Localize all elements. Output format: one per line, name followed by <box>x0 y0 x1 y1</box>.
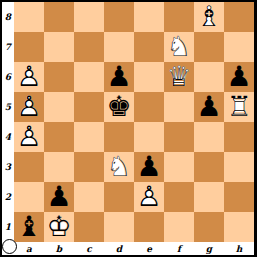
square-h3[interactable] <box>224 152 254 182</box>
square-d5[interactable]: ♚ <box>104 92 134 122</box>
square-h1[interactable] <box>224 212 254 242</box>
square-f2[interactable] <box>164 182 194 212</box>
square-e5[interactable] <box>134 92 164 122</box>
file-labels: a b c d e f g h <box>2 242 254 255</box>
square-a2[interactable] <box>14 182 44 212</box>
square-b8[interactable] <box>44 2 74 32</box>
square-f5[interactable] <box>164 92 194 122</box>
square-e4[interactable] <box>134 122 164 152</box>
square-g1[interactable] <box>194 212 224 242</box>
square-e8[interactable] <box>134 2 164 32</box>
square-a7[interactable] <box>14 32 44 62</box>
square-e3[interactable]: ♟ <box>134 152 164 182</box>
square-f7[interactable]: ♞♘ <box>164 32 194 62</box>
square-a4[interactable]: ♟♙ <box>14 122 44 152</box>
white-rook-h5: ♜♖ <box>224 92 254 122</box>
rank-label-4: 4 <box>2 122 14 152</box>
square-c3[interactable] <box>74 152 104 182</box>
square-d6[interactable]: ♟ <box>104 62 134 92</box>
square-c8[interactable] <box>74 2 104 32</box>
square-h6[interactable]: ♟ <box>224 62 254 92</box>
square-d1[interactable] <box>104 212 134 242</box>
square-g4[interactable] <box>194 122 224 152</box>
square-e1[interactable] <box>134 212 164 242</box>
square-g8[interactable]: ♝♗ <box>194 2 224 32</box>
square-g6[interactable] <box>194 62 224 92</box>
square-f6[interactable]: ♛♕ <box>164 62 194 92</box>
rank-label-3: 3 <box>2 152 14 182</box>
square-b3[interactable] <box>44 152 74 182</box>
square-b6[interactable] <box>44 62 74 92</box>
file-label-g: g <box>194 242 224 255</box>
square-a3[interactable] <box>14 152 44 182</box>
file-label-f: f <box>164 242 194 255</box>
black-pawn-b2: ♟ <box>44 182 74 212</box>
square-g3[interactable] <box>194 152 224 182</box>
square-f4[interactable] <box>164 122 194 152</box>
square-b7[interactable] <box>44 32 74 62</box>
square-e7[interactable] <box>134 32 164 62</box>
rank-label-8: 8 <box>2 2 14 32</box>
square-d3[interactable]: ♞♘ <box>104 152 134 182</box>
black-bishop-a1: ♝ <box>14 212 44 242</box>
square-h8[interactable] <box>224 2 254 32</box>
square-g7[interactable] <box>194 32 224 62</box>
white-pawn-e2: ♟♙ <box>134 182 164 212</box>
square-a5[interactable]: ♟♙ <box>14 92 44 122</box>
square-c4[interactable] <box>74 122 104 152</box>
square-c1[interactable] <box>74 212 104 242</box>
square-c2[interactable] <box>74 182 104 212</box>
square-d8[interactable] <box>104 2 134 32</box>
white-queen-f6: ♛♕ <box>164 62 194 92</box>
square-h7[interactable] <box>224 32 254 62</box>
rank-label-6: 6 <box>2 62 14 92</box>
square-g5[interactable]: ♟ <box>194 92 224 122</box>
square-f8[interactable] <box>164 2 194 32</box>
chess-diagram: 8 7 6 5 4 3 2 1 ♝♗♞♘♟♙♟♛♕♟♟♙♚♟♜♖♟♙♞♘♟♟♟♙… <box>0 0 257 257</box>
white-bishop-g8: ♝♗ <box>194 2 224 32</box>
square-e2[interactable]: ♟♙ <box>134 182 164 212</box>
square-f1[interactable] <box>164 212 194 242</box>
white-pawn-a6: ♟♙ <box>14 62 44 92</box>
file-label-d: d <box>104 242 134 255</box>
black-king-d5: ♚ <box>104 92 134 122</box>
square-d4[interactable] <box>104 122 134 152</box>
square-a6[interactable]: ♟♙ <box>14 62 44 92</box>
white-pawn-a4: ♟♙ <box>14 122 44 152</box>
square-b1[interactable]: ♚♔ <box>44 212 74 242</box>
square-c7[interactable] <box>74 32 104 62</box>
file-label-e: e <box>134 242 164 255</box>
square-d7[interactable] <box>104 32 134 62</box>
file-label-a: a <box>14 242 44 255</box>
black-pawn-d6: ♟ <box>104 62 134 92</box>
white-pawn-a5: ♟♙ <box>14 92 44 122</box>
rank-label-5: 5 <box>2 92 14 122</box>
file-label-b: b <box>44 242 74 255</box>
square-e6[interactable] <box>134 62 164 92</box>
rank-label-2: 2 <box>2 182 14 212</box>
black-pawn-h6: ♟ <box>224 62 254 92</box>
rank-label-7: 7 <box>2 32 14 62</box>
black-pawn-g5: ♟ <box>194 92 224 122</box>
square-a1[interactable]: ♝ <box>14 212 44 242</box>
square-h5[interactable]: ♜♖ <box>224 92 254 122</box>
black-pawn-e3: ♟ <box>134 152 164 182</box>
square-b5[interactable] <box>44 92 74 122</box>
white-knight-d3: ♞♘ <box>104 152 134 182</box>
file-label-c: c <box>74 242 104 255</box>
file-label-h: h <box>224 242 254 255</box>
white-knight-f7: ♞♘ <box>164 32 194 62</box>
white-king-b1: ♚♔ <box>44 212 74 242</box>
square-a8[interactable] <box>14 2 44 32</box>
board: ♝♗♞♘♟♙♟♛♕♟♟♙♚♟♜♖♟♙♞♘♟♟♟♙♝♚♔ <box>14 2 254 242</box>
white-to-move-indicator <box>2 239 17 254</box>
square-g2[interactable] <box>194 182 224 212</box>
square-b2[interactable]: ♟ <box>44 182 74 212</box>
rank-label-1: 1 <box>2 212 14 242</box>
square-d2[interactable] <box>104 182 134 212</box>
square-h4[interactable] <box>224 122 254 152</box>
rank-labels: 8 7 6 5 4 3 2 1 <box>2 2 14 242</box>
square-b4[interactable] <box>44 122 74 152</box>
square-c6[interactable] <box>74 62 104 92</box>
square-c5[interactable] <box>74 92 104 122</box>
square-f3[interactable] <box>164 152 194 182</box>
square-h2[interactable] <box>224 182 254 212</box>
